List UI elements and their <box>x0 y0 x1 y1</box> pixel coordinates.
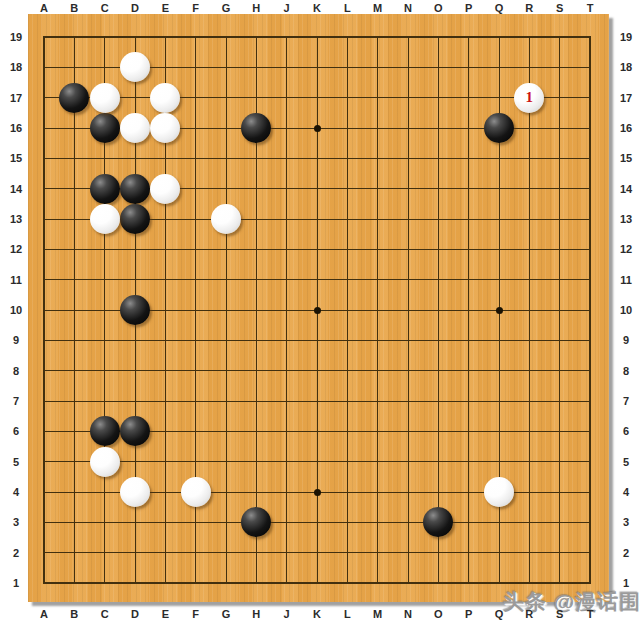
coord-label-left: 13 <box>10 213 22 225</box>
white-stone[interactable] <box>211 204 241 234</box>
coord-label-right: 6 <box>623 425 629 437</box>
coord-label-right: 5 <box>623 456 629 468</box>
coord-label-right: 11 <box>620 274 632 286</box>
coord-label-right: 16 <box>620 122 632 134</box>
coord-label-left: 18 <box>10 61 22 73</box>
coord-label-bottom: Q <box>495 608 504 620</box>
coord-label-right: 19 <box>620 31 632 43</box>
coord-label-bottom: B <box>70 608 78 620</box>
watermark: 头条 @漫话围棋 <box>503 588 640 616</box>
coord-label-bottom: K <box>313 608 321 620</box>
black-stone[interactable] <box>120 204 150 234</box>
coord-label-bottom: H <box>252 608 260 620</box>
black-stone[interactable] <box>120 295 150 325</box>
coord-label-top: L <box>344 2 351 14</box>
coord-label-right: 12 <box>620 243 632 255</box>
coord-label-bottom: F <box>192 608 199 620</box>
coord-label-top: B <box>70 2 78 14</box>
white-stone-move-1[interactable]: 1 <box>514 83 544 113</box>
coord-label-right: 9 <box>623 334 629 346</box>
coord-label-top: S <box>556 2 563 14</box>
coord-label-right: 7 <box>623 395 629 407</box>
coord-label-left: 11 <box>10 274 22 286</box>
white-stone[interactable] <box>484 477 514 507</box>
black-stone[interactable] <box>90 113 120 143</box>
coord-label-top: N <box>404 2 412 14</box>
coord-label-top: K <box>313 2 321 14</box>
coord-label-left: 16 <box>10 122 22 134</box>
coord-label-bottom: P <box>465 608 472 620</box>
coord-label-left: 10 <box>10 304 22 316</box>
coord-label-right: 18 <box>620 61 632 73</box>
coord-label-left: 2 <box>13 547 19 559</box>
coord-label-bottom: D <box>131 608 139 620</box>
black-stone[interactable] <box>90 416 120 446</box>
white-stone[interactable] <box>90 204 120 234</box>
white-stone[interactable] <box>150 83 180 113</box>
white-stone[interactable] <box>120 113 150 143</box>
coord-label-left: 6 <box>13 425 19 437</box>
coord-label-right: 10 <box>620 304 632 316</box>
black-stone[interactable] <box>90 174 120 204</box>
white-stone[interactable] <box>90 83 120 113</box>
coord-label-right: 17 <box>620 92 632 104</box>
coord-label-right: 8 <box>623 365 629 377</box>
coord-label-right: 1 <box>623 577 629 589</box>
coord-label-top: J <box>284 2 290 14</box>
coord-label-top: Q <box>495 2 504 14</box>
coord-label-left: 4 <box>13 486 19 498</box>
coord-label-top: F <box>192 2 199 14</box>
white-stone[interactable] <box>150 174 180 204</box>
coord-label-left: 3 <box>13 516 19 528</box>
coord-label-right: 15 <box>620 152 632 164</box>
coord-label-bottom: R <box>525 608 533 620</box>
coord-label-bottom: C <box>101 608 109 620</box>
coord-label-left: 12 <box>10 243 22 255</box>
coord-label-left: 7 <box>13 395 19 407</box>
coord-label-bottom: T <box>587 608 594 620</box>
coord-label-top: P <box>465 2 472 14</box>
coord-label-right: 4 <box>623 486 629 498</box>
white-stone[interactable] <box>120 477 150 507</box>
coord-label-bottom: A <box>40 608 48 620</box>
coord-label-bottom: O <box>434 608 443 620</box>
coord-label-left: 1 <box>13 577 19 589</box>
coord-label-bottom: G <box>222 608 231 620</box>
coord-label-top: E <box>162 2 169 14</box>
coord-label-top: O <box>434 2 443 14</box>
coord-label-right: 2 <box>623 547 629 559</box>
coord-label-right: 14 <box>620 183 632 195</box>
black-stone[interactable] <box>59 83 89 113</box>
coord-label-left: 8 <box>13 365 19 377</box>
coord-label-top: C <box>101 2 109 14</box>
coord-label-left: 17 <box>10 92 22 104</box>
coord-label-bottom: M <box>373 608 382 620</box>
move-number-label: 1 <box>526 90 534 105</box>
coord-label-left: 14 <box>10 183 22 195</box>
black-stone[interactable] <box>120 174 150 204</box>
coord-label-top: D <box>131 2 139 14</box>
go-diagram-screen: 头条 @漫话围棋 AABBCCDDEEFFGGHHJJKKLLMMNNOOPPQ… <box>0 0 640 624</box>
coord-label-right: 3 <box>623 516 629 528</box>
coord-label-top: T <box>587 2 594 14</box>
coord-label-left: 15 <box>10 152 22 164</box>
coord-label-bottom: E <box>162 608 169 620</box>
white-stone[interactable] <box>181 477 211 507</box>
coord-label-left: 19 <box>10 31 22 43</box>
coord-label-left: 5 <box>13 456 19 468</box>
black-stone[interactable] <box>484 113 514 143</box>
coord-label-bottom: J <box>284 608 290 620</box>
coord-label-top: A <box>40 2 48 14</box>
coord-label-left: 9 <box>13 334 19 346</box>
coord-label-bottom: L <box>344 608 351 620</box>
coord-label-top: M <box>373 2 382 14</box>
white-stone[interactable] <box>90 447 120 477</box>
coord-label-right: 13 <box>620 213 632 225</box>
coord-label-bottom: S <box>556 608 563 620</box>
coord-label-bottom: N <box>404 608 412 620</box>
coord-label-top: G <box>222 2 231 14</box>
coord-label-top: R <box>525 2 533 14</box>
coord-label-top: H <box>252 2 260 14</box>
